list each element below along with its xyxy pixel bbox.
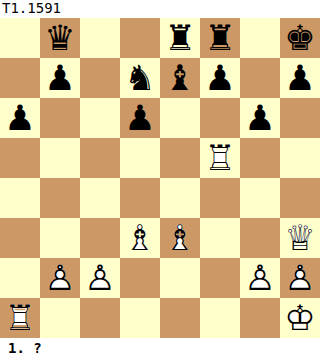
square-h7[interactable]: ♟: [280, 58, 320, 98]
square-h1[interactable]: ♚♔: [280, 298, 320, 338]
square-a2[interactable]: [0, 258, 40, 298]
black-rook-piece: ♜: [160, 18, 200, 58]
white-king-piece: ♔: [280, 298, 320, 338]
square-d2[interactable]: [120, 258, 160, 298]
square-f4[interactable]: [200, 178, 240, 218]
square-d1[interactable]: [120, 298, 160, 338]
square-c3[interactable]: [80, 218, 120, 258]
chess-puzzle-window: T1.1591 ♛♜♜♚♟♞♝♟♟♟♟♟♜♖♝♗♝♗♛♕♟♙♟♙♟♙♟♙♜♖♚♔…: [0, 0, 320, 360]
square-f6[interactable]: [200, 98, 240, 138]
square-c8[interactable]: [80, 18, 120, 58]
square-g7[interactable]: [240, 58, 280, 98]
square-f3[interactable]: [200, 218, 240, 258]
square-b6[interactable]: [40, 98, 80, 138]
square-c7[interactable]: [80, 58, 120, 98]
white-pawn-piece: ♙: [280, 258, 320, 298]
square-e7[interactable]: ♝: [160, 58, 200, 98]
square-b3[interactable]: [40, 218, 80, 258]
square-a8[interactable]: [0, 18, 40, 58]
square-d8[interactable]: [120, 18, 160, 58]
square-b1[interactable]: [40, 298, 80, 338]
square-g3[interactable]: [240, 218, 280, 258]
square-h5[interactable]: [280, 138, 320, 178]
square-a7[interactable]: [0, 58, 40, 98]
chess-board: ♛♜♜♚♟♞♝♟♟♟♟♟♜♖♝♗♝♗♛♕♟♙♟♙♟♙♟♙♜♖♚♔: [0, 18, 320, 338]
square-c6[interactable]: [80, 98, 120, 138]
square-h8[interactable]: ♚: [280, 18, 320, 58]
white-bishop-piece: ♗: [120, 218, 160, 258]
square-c1[interactable]: [80, 298, 120, 338]
square-f8[interactable]: ♜: [200, 18, 240, 58]
white-queen-piece: ♕: [280, 218, 320, 258]
square-a6[interactable]: ♟: [0, 98, 40, 138]
square-g2[interactable]: ♟♙: [240, 258, 280, 298]
square-a3[interactable]: [0, 218, 40, 258]
black-pawn-piece: ♟: [120, 98, 160, 138]
square-c4[interactable]: [80, 178, 120, 218]
square-e8[interactable]: ♜: [160, 18, 200, 58]
white-pawn-piece: ♙: [240, 258, 280, 298]
square-d5[interactable]: [120, 138, 160, 178]
black-knight-piece: ♞: [120, 58, 160, 98]
square-d3[interactable]: ♝♗: [120, 218, 160, 258]
black-pawn-piece: ♟: [200, 58, 240, 98]
square-f1[interactable]: [200, 298, 240, 338]
square-e2[interactable]: [160, 258, 200, 298]
white-pawn-piece: ♙: [40, 258, 80, 298]
square-e6[interactable]: [160, 98, 200, 138]
square-c2[interactable]: ♟♙: [80, 258, 120, 298]
black-pawn-piece: ♟: [40, 58, 80, 98]
square-d6[interactable]: ♟: [120, 98, 160, 138]
white-rook-piece: ♖: [200, 138, 240, 178]
square-h2[interactable]: ♟♙: [280, 258, 320, 298]
square-f2[interactable]: [200, 258, 240, 298]
white-pawn-piece: ♙: [80, 258, 120, 298]
square-d7[interactable]: ♞: [120, 58, 160, 98]
square-c5[interactable]: [80, 138, 120, 178]
square-g4[interactable]: [240, 178, 280, 218]
square-f5[interactable]: ♜♖: [200, 138, 240, 178]
white-bishop-piece: ♗: [160, 218, 200, 258]
square-a1[interactable]: ♜♖: [0, 298, 40, 338]
square-a5[interactable]: [0, 138, 40, 178]
black-queen-piece: ♛: [40, 18, 80, 58]
square-e3[interactable]: ♝♗: [160, 218, 200, 258]
square-e5[interactable]: [160, 138, 200, 178]
square-e1[interactable]: [160, 298, 200, 338]
white-rook-piece: ♖: [0, 298, 40, 338]
square-g1[interactable]: [240, 298, 280, 338]
black-rook-piece: ♜: [200, 18, 240, 58]
square-h6[interactable]: [280, 98, 320, 138]
square-b5[interactable]: [40, 138, 80, 178]
square-e4[interactable]: [160, 178, 200, 218]
black-bishop-piece: ♝: [160, 58, 200, 98]
square-h4[interactable]: [280, 178, 320, 218]
square-a4[interactable]: [0, 178, 40, 218]
square-g5[interactable]: [240, 138, 280, 178]
move-prompt: 1. ?: [0, 338, 320, 360]
black-pawn-piece: ♟: [0, 98, 40, 138]
puzzle-title: T1.1591: [0, 0, 320, 18]
square-b8[interactable]: ♛: [40, 18, 80, 58]
square-h3[interactable]: ♛♕: [280, 218, 320, 258]
square-b4[interactable]: [40, 178, 80, 218]
square-g6[interactable]: ♟: [240, 98, 280, 138]
square-d4[interactable]: [120, 178, 160, 218]
square-b2[interactable]: ♟♙: [40, 258, 80, 298]
black-pawn-piece: ♟: [280, 58, 320, 98]
square-g8[interactable]: [240, 18, 280, 58]
black-king-piece: ♚: [280, 18, 320, 58]
black-pawn-piece: ♟: [240, 98, 280, 138]
square-b7[interactable]: ♟: [40, 58, 80, 98]
square-f7[interactable]: ♟: [200, 58, 240, 98]
